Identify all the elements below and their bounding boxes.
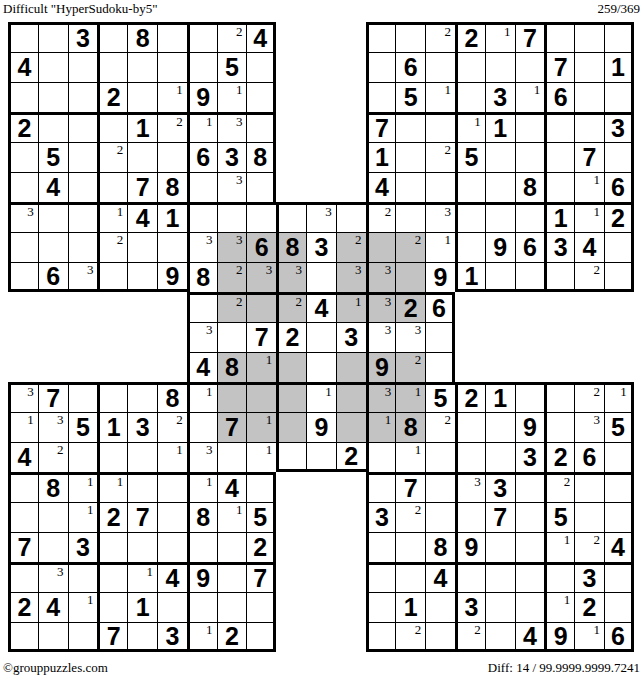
cell-r16c21[interactable] (604, 472, 634, 502)
cell-r13c19[interactable] (544, 382, 574, 412)
cell-r8c8[interactable]: 3 (217, 232, 247, 262)
cell-r1c5[interactable]: 8 (127, 22, 157, 52)
cell-r18c15[interactable]: 8 (425, 532, 455, 562)
cell-r16c6[interactable] (157, 472, 187, 502)
cell-r5c3[interactable] (68, 142, 98, 172)
cell-r7c9[interactable] (246, 202, 276, 232)
cell-r6c7[interactable] (187, 172, 217, 202)
cell-r14c15[interactable]: 2 (425, 412, 455, 442)
cell-r15c8[interactable] (217, 442, 247, 472)
cell-r9c8[interactable]: 2 (217, 262, 247, 292)
cell-r8c21[interactable] (604, 232, 634, 262)
cell-r7c13[interactable]: 2 (366, 202, 396, 232)
cell-r14c13[interactable]: 1 (366, 412, 396, 442)
cell-r20c6[interactable] (157, 592, 187, 622)
cell-r4c6[interactable]: 2 (157, 112, 187, 142)
cell-r12c11[interactable] (306, 352, 336, 382)
cell-r3c14[interactable]: 5 (395, 82, 425, 112)
cell-r20c7[interactable] (187, 592, 217, 622)
cell-r7c10[interactable] (276, 202, 306, 232)
cell-r3c7[interactable]: 9 (187, 82, 217, 112)
cell-r12c9[interactable]: 1 (246, 352, 276, 382)
cell-r15c17[interactable] (485, 442, 515, 472)
cell-r14c16[interactable] (455, 412, 485, 442)
cell-r18c9[interactable]: 2 (246, 532, 276, 562)
cell-r19c14[interactable] (395, 562, 425, 592)
cell-r13c9[interactable] (246, 382, 276, 412)
cell-r6c9[interactable] (246, 172, 276, 202)
cell-r4c19[interactable] (544, 112, 574, 142)
cell-r2c17[interactable] (485, 52, 515, 82)
cell-r17c9[interactable]: 5 (246, 502, 276, 532)
cell-r13c1[interactable]: 3 (8, 382, 38, 412)
cell-r17c6[interactable] (157, 502, 187, 532)
cell-r3c21[interactable] (604, 82, 634, 112)
cell-r11c11[interactable] (306, 322, 336, 352)
cell-r9c6[interactable]: 9 (157, 262, 187, 292)
cell-r18c19[interactable]: 1 (544, 532, 574, 562)
cell-r14c17[interactable] (485, 412, 515, 442)
cell-r4c2[interactable] (38, 112, 68, 142)
cell-r10c9[interactable] (246, 292, 276, 322)
cell-r20c17[interactable] (485, 592, 515, 622)
cell-r1c14[interactable] (395, 22, 425, 52)
cell-r18c6[interactable] (157, 532, 187, 562)
cell-r21c21[interactable]: 6 (604, 622, 634, 652)
cell-r13c7[interactable]: 1 (187, 382, 217, 412)
cell-r13c12[interactable] (336, 382, 366, 412)
cell-r1c19[interactable] (544, 22, 574, 52)
cell-r2c7[interactable] (187, 52, 217, 82)
cell-r8c2[interactable] (38, 232, 68, 262)
cell-r17c21[interactable] (604, 502, 634, 532)
cell-r8c3[interactable] (68, 232, 98, 262)
cell-r7c7[interactable] (187, 202, 217, 232)
cell-r15c7[interactable]: 3 (187, 442, 217, 472)
cell-r16c16[interactable]: 3 (455, 472, 485, 502)
cell-r6c13[interactable]: 4 (366, 172, 396, 202)
cell-r3c9[interactable] (246, 82, 276, 112)
cell-r15c10[interactable] (276, 442, 306, 472)
cell-r17c2[interactable] (38, 502, 68, 532)
cell-r17c7[interactable]: 8 (187, 502, 217, 532)
cell-r19c18[interactable] (515, 562, 545, 592)
cell-r3c17[interactable]: 3 (485, 82, 515, 112)
cell-r6c8[interactable]: 3 (217, 172, 247, 202)
cell-r21c17[interactable] (485, 622, 515, 652)
cell-r21c15[interactable] (425, 622, 455, 652)
cell-r6c6[interactable]: 8 (157, 172, 187, 202)
cell-r21c4[interactable]: 7 (97, 622, 127, 652)
cell-r8c11[interactable]: 3 (306, 232, 336, 262)
cell-r17c8[interactable]: 1 (217, 502, 247, 532)
cell-r20c5[interactable]: 1 (127, 592, 157, 622)
cell-r14c14[interactable]: 8 (395, 412, 425, 442)
cell-r8c6[interactable] (157, 232, 187, 262)
cell-r9c12[interactable]: 3 (336, 262, 366, 292)
cell-r9c10[interactable]: 3 (276, 262, 306, 292)
cell-r9c20[interactable]: 2 (574, 262, 604, 292)
cell-r5c18[interactable] (515, 142, 545, 172)
cell-r21c6[interactable]: 3 (157, 622, 187, 652)
cell-r2c14[interactable]: 6 (395, 52, 425, 82)
cell-r15c6[interactable]: 1 (157, 442, 187, 472)
cell-r7c17[interactable] (485, 202, 515, 232)
cell-r3c5[interactable] (127, 82, 157, 112)
cell-r4c21[interactable]: 3 (604, 112, 634, 142)
cell-r5c6[interactable] (157, 142, 187, 172)
cell-r9c18[interactable] (515, 262, 545, 292)
cell-r18c5[interactable] (127, 532, 157, 562)
cell-r19c2[interactable]: 3 (38, 562, 68, 592)
cell-r19c5[interactable]: 1 (127, 562, 157, 592)
cell-r20c3[interactable]: 1 (68, 592, 98, 622)
cell-r14c21[interactable]: 5 (604, 412, 634, 442)
cell-r13c18[interactable] (515, 382, 545, 412)
cell-r2c9[interactable] (246, 52, 276, 82)
cell-r9c14[interactable] (395, 262, 425, 292)
cell-r14c1[interactable]: 1 (8, 412, 38, 442)
cell-r13c15[interactable]: 5 (425, 382, 455, 412)
cell-r5c5[interactable] (127, 142, 157, 172)
cell-r11c8[interactable] (217, 322, 247, 352)
cell-r14c12[interactable] (336, 412, 366, 442)
cell-r19c7[interactable]: 9 (187, 562, 217, 592)
cell-r8c19[interactable]: 3 (544, 232, 574, 262)
cell-r9c17[interactable] (485, 262, 515, 292)
cell-r4c14[interactable] (395, 112, 425, 142)
cell-r3c8[interactable]: 1 (217, 82, 247, 112)
cell-r10c11[interactable]: 4 (306, 292, 336, 322)
cell-r1c20[interactable] (574, 22, 604, 52)
cell-r7c11[interactable]: 3 (306, 202, 336, 232)
cell-r9c21[interactable] (604, 262, 634, 292)
cell-r21c2[interactable] (38, 622, 68, 652)
cell-r21c9[interactable] (246, 622, 276, 652)
cell-r4c9[interactable] (246, 112, 276, 142)
cell-r1c1[interactable] (8, 22, 38, 52)
cell-r14c10[interactable] (276, 412, 306, 442)
cell-r15c2[interactable]: 2 (38, 442, 68, 472)
cell-r10c12[interactable]: 1 (336, 292, 366, 322)
cell-r16c5[interactable] (127, 472, 157, 502)
cell-r19c17[interactable] (485, 562, 515, 592)
cell-r20c16[interactable]: 3 (455, 592, 485, 622)
cell-r16c3[interactable]: 1 (68, 472, 98, 502)
cell-r11c9[interactable]: 7 (246, 322, 276, 352)
cell-r13c13[interactable]: 3 (366, 382, 396, 412)
cell-r14c7[interactable] (187, 412, 217, 442)
cell-r17c18[interactable] (515, 502, 545, 532)
cell-r4c4[interactable] (97, 112, 127, 142)
cell-r7c2[interactable] (38, 202, 68, 232)
cell-r3c6[interactable]: 1 (157, 82, 187, 112)
cell-r2c4[interactable] (97, 52, 127, 82)
cell-r9c7[interactable]: 8 (187, 262, 217, 292)
cell-r5c14[interactable] (395, 142, 425, 172)
cell-r2c19[interactable]: 7 (544, 52, 574, 82)
cell-r4c5[interactable]: 1 (127, 112, 157, 142)
cell-r1c6[interactable] (157, 22, 187, 52)
cell-r13c5[interactable] (127, 382, 157, 412)
cell-r6c18[interactable]: 8 (515, 172, 545, 202)
cell-r19c9[interactable]: 7 (246, 562, 276, 592)
cell-r8c16[interactable] (455, 232, 485, 262)
cell-r20c15[interactable] (425, 592, 455, 622)
cell-r8c1[interactable] (8, 232, 38, 262)
cell-r5c7[interactable]: 6 (187, 142, 217, 172)
cell-r11c15[interactable] (425, 322, 455, 352)
cell-r9c2[interactable]: 6 (38, 262, 68, 292)
cell-r15c4[interactable] (97, 442, 127, 472)
copyright-link[interactable]: ©grouppuzzles.com (3, 660, 108, 675)
cell-r7c15[interactable]: 3 (425, 202, 455, 232)
cell-r6c2[interactable]: 4 (38, 172, 68, 202)
cell-r9c15[interactable]: 9 (425, 262, 455, 292)
cell-r13c17[interactable]: 1 (485, 382, 515, 412)
cell-r7c18[interactable] (515, 202, 545, 232)
cell-r19c16[interactable] (455, 562, 485, 592)
cell-r8c18[interactable]: 6 (515, 232, 545, 262)
cell-r4c17[interactable]: 1 (485, 112, 515, 142)
cell-r5c21[interactable] (604, 142, 634, 172)
cell-r2c2[interactable] (38, 52, 68, 82)
cell-r8c10[interactable]: 8 (276, 232, 306, 262)
cell-r12c10[interactable] (276, 352, 306, 382)
cell-r16c19[interactable]: 2 (544, 472, 574, 502)
cell-r1c8[interactable]: 2 (217, 22, 247, 52)
cell-r12c13[interactable]: 9 (366, 352, 396, 382)
cell-r13c14[interactable]: 1 (395, 382, 425, 412)
cell-r7c6[interactable]: 1 (157, 202, 187, 232)
cell-r6c5[interactable]: 7 (127, 172, 157, 202)
cell-r14c2[interactable]: 3 (38, 412, 68, 442)
cell-r15c14[interactable]: 1 (395, 442, 425, 472)
cell-r20c19[interactable]: 1 (544, 592, 574, 622)
cell-r16c8[interactable]: 4 (217, 472, 247, 502)
cell-r18c3[interactable]: 3 (68, 532, 98, 562)
cell-r7c3[interactable] (68, 202, 98, 232)
cell-r2c5[interactable] (127, 52, 157, 82)
cell-r21c20[interactable]: 1 (574, 622, 604, 652)
cell-r7c8[interactable] (217, 202, 247, 232)
cell-r3c20[interactable] (574, 82, 604, 112)
cell-r12c15[interactable] (425, 352, 455, 382)
cell-r3c1[interactable] (8, 82, 38, 112)
cell-r1c17[interactable]: 1 (485, 22, 515, 52)
cell-r14c18[interactable]: 9 (515, 412, 545, 442)
cell-r18c4[interactable] (97, 532, 127, 562)
cell-r18c20[interactable]: 2 (574, 532, 604, 562)
cell-r13c3[interactable] (68, 382, 98, 412)
cell-r16c20[interactable] (574, 472, 604, 502)
cell-r6c19[interactable] (544, 172, 574, 202)
cell-r20c21[interactable] (604, 592, 634, 622)
cell-r9c9[interactable]: 3 (246, 262, 276, 292)
cell-r16c7[interactable]: 1 (187, 472, 217, 502)
cell-r21c5[interactable] (127, 622, 157, 652)
cell-r19c21[interactable] (604, 562, 634, 592)
cell-r1c9[interactable]: 4 (246, 22, 276, 52)
cell-r17c20[interactable] (574, 502, 604, 532)
cell-r5c20[interactable]: 7 (574, 142, 604, 172)
cell-r21c7[interactable]: 1 (187, 622, 217, 652)
cell-r4c18[interactable] (515, 112, 545, 142)
cell-r4c20[interactable] (574, 112, 604, 142)
cell-r21c19[interactable]: 9 (544, 622, 574, 652)
cell-r14c20[interactable]: 3 (574, 412, 604, 442)
cell-r12c12[interactable] (336, 352, 366, 382)
cell-r19c20[interactable]: 3 (574, 562, 604, 592)
cell-r11c14[interactable]: 3 (395, 322, 425, 352)
cell-r19c3[interactable] (68, 562, 98, 592)
cell-r14c5[interactable]: 3 (127, 412, 157, 442)
cell-r19c4[interactable] (97, 562, 127, 592)
cell-r18c17[interactable] (485, 532, 515, 562)
cell-r11c12[interactable]: 3 (336, 322, 366, 352)
cell-r17c5[interactable]: 7 (127, 502, 157, 532)
cell-r7c4[interactable]: 1 (97, 202, 127, 232)
cell-r7c1[interactable]: 3 (8, 202, 38, 232)
cell-r6c15[interactable] (425, 172, 455, 202)
cell-r6c1[interactable] (8, 172, 38, 202)
cell-r11c10[interactable]: 2 (276, 322, 306, 352)
cell-r15c21[interactable] (604, 442, 634, 472)
cell-r8c4[interactable]: 2 (97, 232, 127, 262)
cell-r2c1[interactable]: 4 (8, 52, 38, 82)
cell-r1c3[interactable]: 3 (68, 22, 98, 52)
cell-r8c9[interactable]: 6 (246, 232, 276, 262)
cell-r3c2[interactable] (38, 82, 68, 112)
cell-r3c3[interactable] (68, 82, 98, 112)
cell-r1c16[interactable]: 2 (455, 22, 485, 52)
cell-r6c20[interactable]: 1 (574, 172, 604, 202)
cell-r6c4[interactable] (97, 172, 127, 202)
cell-r18c16[interactable]: 9 (455, 532, 485, 562)
cell-r18c1[interactable]: 7 (8, 532, 38, 562)
cell-r16c15[interactable] (425, 472, 455, 502)
cell-r20c18[interactable] (515, 592, 545, 622)
cell-r10c13[interactable]: 3 (366, 292, 396, 322)
cell-r15c15[interactable] (425, 442, 455, 472)
cell-r7c19[interactable]: 1 (544, 202, 574, 232)
cell-r13c2[interactable]: 7 (38, 382, 68, 412)
cell-r19c8[interactable] (217, 562, 247, 592)
cell-r2c8[interactable]: 5 (217, 52, 247, 82)
cell-r4c13[interactable]: 7 (366, 112, 396, 142)
cell-r14c19[interactable] (544, 412, 574, 442)
cell-r17c14[interactable]: 2 (395, 502, 425, 532)
cell-r14c4[interactable]: 1 (97, 412, 127, 442)
cell-r4c16[interactable]: 1 (455, 112, 485, 142)
cell-r20c4[interactable] (97, 592, 127, 622)
cell-r3c18[interactable]: 1 (515, 82, 545, 112)
cell-r14c9[interactable]: 1 (246, 412, 276, 442)
cell-r5c9[interactable]: 8 (246, 142, 276, 172)
cell-r2c16[interactable] (455, 52, 485, 82)
cell-r15c11[interactable] (306, 442, 336, 472)
cell-r17c19[interactable]: 5 (544, 502, 574, 532)
cell-r21c14[interactable]: 2 (395, 622, 425, 652)
cell-r7c5[interactable]: 4 (127, 202, 157, 232)
cell-r7c14[interactable] (395, 202, 425, 232)
cell-r13c21[interactable]: 1 (604, 382, 634, 412)
cell-r17c17[interactable]: 7 (485, 502, 515, 532)
cell-r20c13[interactable] (366, 592, 396, 622)
cell-r15c19[interactable]: 2 (544, 442, 574, 472)
cell-r21c1[interactable] (8, 622, 38, 652)
cell-r13c10[interactable] (276, 382, 306, 412)
cell-r18c2[interactable] (38, 532, 68, 562)
cell-r8c15[interactable]: 1 (425, 232, 455, 262)
cell-r19c13[interactable] (366, 562, 396, 592)
cell-r17c4[interactable]: 2 (97, 502, 127, 532)
cell-r16c13[interactable] (366, 472, 396, 502)
cell-r6c3[interactable] (68, 172, 98, 202)
cell-r13c11[interactable]: 1 (306, 382, 336, 412)
cell-r3c19[interactable]: 6 (544, 82, 574, 112)
cell-r18c8[interactable] (217, 532, 247, 562)
cell-r7c20[interactable]: 1 (574, 202, 604, 232)
cell-r19c1[interactable] (8, 562, 38, 592)
cell-r4c8[interactable]: 3 (217, 112, 247, 142)
cell-r5c13[interactable]: 1 (366, 142, 396, 172)
cell-r12c7[interactable]: 4 (187, 352, 217, 382)
cell-r5c8[interactable]: 3 (217, 142, 247, 172)
cell-r16c2[interactable]: 8 (38, 472, 68, 502)
cell-r8c14[interactable]: 2 (395, 232, 425, 262)
cell-r14c8[interactable]: 7 (217, 412, 247, 442)
cell-r8c12[interactable]: 2 (336, 232, 366, 262)
cell-r8c7[interactable]: 3 (187, 232, 217, 262)
cell-r1c15[interactable]: 2 (425, 22, 455, 52)
cell-r12c8[interactable]: 8 (217, 352, 247, 382)
cell-r16c17[interactable]: 3 (485, 472, 515, 502)
cell-r13c8[interactable] (217, 382, 247, 412)
cell-r16c18[interactable] (515, 472, 545, 502)
cell-r7c12[interactable] (336, 202, 366, 232)
cell-r20c14[interactable]: 1 (395, 592, 425, 622)
cell-r17c16[interactable] (455, 502, 485, 532)
cell-r16c1[interactable] (8, 472, 38, 502)
cell-r2c6[interactable] (157, 52, 187, 82)
cell-r21c13[interactable] (366, 622, 396, 652)
cell-r16c4[interactable]: 1 (97, 472, 127, 502)
cell-r19c19[interactable] (544, 562, 574, 592)
cell-r1c2[interactable] (38, 22, 68, 52)
cell-r20c2[interactable]: 4 (38, 592, 68, 622)
cell-r11c13[interactable]: 3 (366, 322, 396, 352)
cell-r2c3[interactable] (68, 52, 98, 82)
cell-r14c6[interactable]: 2 (157, 412, 187, 442)
cell-r15c18[interactable]: 3 (515, 442, 545, 472)
cell-r12c14[interactable]: 2 (395, 352, 425, 382)
cell-r3c4[interactable]: 2 (97, 82, 127, 112)
cell-r13c6[interactable]: 8 (157, 382, 187, 412)
cell-r3c16[interactable] (455, 82, 485, 112)
cell-r15c1[interactable]: 4 (8, 442, 38, 472)
cell-r20c1[interactable]: 2 (8, 592, 38, 622)
cell-r4c15[interactable] (425, 112, 455, 142)
cell-r16c14[interactable]: 7 (395, 472, 425, 502)
cell-r15c9[interactable]: 1 (246, 442, 276, 472)
cell-r21c8[interactable]: 2 (217, 622, 247, 652)
cell-r21c18[interactable]: 4 (515, 622, 545, 652)
cell-r5c4[interactable]: 2 (97, 142, 127, 172)
cell-r9c13[interactable]: 3 (366, 262, 396, 292)
cell-r1c13[interactable] (366, 22, 396, 52)
cell-r5c15[interactable]: 2 (425, 142, 455, 172)
